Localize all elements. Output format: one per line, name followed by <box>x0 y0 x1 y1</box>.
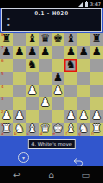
battery-icon <box>85 2 88 7</box>
square-e3[interactable] <box>52 97 65 110</box>
chess-board[interactable]: ♜8♝♛♚♝♜♟7♟♟♟♟♟♟6♞♞5♟4♟♟3♟♟2♟♟♟♟♜1a♞b♝c♛d… <box>0 33 103 136</box>
collapse-button[interactable]: ▾ <box>18 152 29 163</box>
square-c8[interactable]: ♝ <box>26 33 39 46</box>
file-label-a: a <box>1 132 3 136</box>
white-pawn-piece: ♟ <box>39 97 52 110</box>
rank-label-6: 6 <box>1 59 4 63</box>
square-b4[interactable] <box>13 85 26 98</box>
square-h1[interactable]: ♜h <box>90 123 103 136</box>
black-pawn-piece: ♟ <box>90 46 103 59</box>
square-b5[interactable] <box>13 72 26 85</box>
android-nav-bar: ↩ ⌂ ▭ <box>0 166 103 183</box>
black-bishop-piece: ♝ <box>64 33 77 46</box>
square-g7[interactable]: ♟ <box>77 46 90 59</box>
square-b1[interactable]: ♞b <box>13 123 26 136</box>
rank-label-5: 5 <box>1 72 4 76</box>
engine-output-panel[interactable]: 0.1 - H020 ▪ ▪ <box>1 8 102 32</box>
square-c7[interactable]: ♟ <box>26 46 39 59</box>
black-knight-piece: ♞ <box>26 59 39 72</box>
black-king-piece: ♚ <box>52 33 65 46</box>
square-a1[interactable]: ♜1a <box>0 123 13 136</box>
square-e5[interactable]: ♟ <box>52 72 65 85</box>
square-e7[interactable] <box>52 46 65 59</box>
rank-label-8: 8 <box>1 33 4 37</box>
black-rook-piece: ♜ <box>90 33 103 46</box>
black-pawn-piece: ♟ <box>52 72 65 85</box>
square-d8[interactable]: ♛ <box>39 33 52 46</box>
file-label-b: b <box>14 132 17 136</box>
rank-label-1: 1 <box>1 123 4 127</box>
square-d5[interactable] <box>39 72 52 85</box>
square-g6[interactable] <box>77 59 90 72</box>
file-label-h: h <box>91 132 94 136</box>
square-f4[interactable] <box>64 85 77 98</box>
white-pawn-piece: ♟ <box>77 110 90 123</box>
nav-recents-button[interactable]: ▭ <box>81 170 90 180</box>
square-a5[interactable]: 5 <box>0 72 13 85</box>
black-queen-piece: ♛ <box>39 33 52 46</box>
square-g5[interactable] <box>77 72 90 85</box>
square-g8[interactable] <box>77 33 90 46</box>
black-pawn-piece: ♟ <box>13 46 26 59</box>
square-d1[interactable]: ♛d <box>39 123 52 136</box>
square-b8[interactable] <box>13 33 26 46</box>
square-f6[interactable]: ♞ <box>64 59 77 72</box>
square-d6[interactable] <box>39 59 52 72</box>
move-status-text: 4. White's move <box>31 141 71 147</box>
black-bishop-piece: ♝ <box>26 33 39 46</box>
square-a7[interactable]: ♟7 <box>0 46 13 59</box>
rank-label-7: 7 <box>1 46 4 50</box>
rank-label-3: 3 <box>1 97 4 101</box>
rank-label-2: 2 <box>1 110 4 114</box>
undo-button[interactable] <box>73 153 84 164</box>
black-pawn-piece: ♟ <box>77 46 90 59</box>
square-d7[interactable]: ♟ <box>39 46 52 59</box>
move-status-box: 4. White's move <box>27 139 75 149</box>
nav-home-button[interactable]: ⌂ <box>48 170 54 180</box>
white-pawn-piece: ♟ <box>52 85 65 98</box>
square-c1[interactable]: ♝c <box>26 123 39 136</box>
square-h4[interactable] <box>90 85 103 98</box>
square-g1[interactable]: ♞g <box>77 123 90 136</box>
square-f5[interactable] <box>64 72 77 85</box>
white-pawn-piece: ♟ <box>90 110 103 123</box>
square-c4[interactable]: ♟ <box>26 85 39 98</box>
app-screen: 3:47 0.1 - H020 ▪ ▪ ♜8♝♛♚♝♜♟7♟♟♟♟♟♟6♞♞5♟… <box>0 0 103 183</box>
engine-output-lines: ▪ ▪ <box>7 16 10 27</box>
black-pawn-piece: ♟ <box>26 46 39 59</box>
file-label-f: f <box>65 132 66 136</box>
android-status-bar: 3:47 <box>0 0 103 8</box>
file-label-c: c <box>27 132 29 136</box>
square-h7[interactable]: ♟ <box>90 46 103 59</box>
square-d3[interactable]: ♟ <box>39 97 52 110</box>
square-g4[interactable] <box>77 85 90 98</box>
file-label-g: g <box>78 132 81 136</box>
home-icon: ⌂ <box>48 170 54 180</box>
square-h8[interactable]: ♜ <box>90 33 103 46</box>
square-f7[interactable]: ♟ <box>64 46 77 59</box>
square-h6[interactable] <box>90 59 103 72</box>
square-b6[interactable] <box>13 59 26 72</box>
square-e1[interactable]: ♚e <box>52 123 65 136</box>
engine-title: 0.1 - H020 <box>2 10 101 16</box>
square-c5[interactable] <box>26 72 39 85</box>
white-pawn-piece: ♟ <box>64 110 77 123</box>
engine-output-line: ▪ <box>7 16 10 21</box>
rank-label-4: 4 <box>1 85 4 89</box>
back-icon: ↩ <box>13 170 21 180</box>
square-h5[interactable] <box>90 72 103 85</box>
square-b7[interactable]: ♟ <box>13 46 26 59</box>
black-pawn-piece: ♟ <box>64 46 77 59</box>
status-clock: 3:47 <box>90 1 101 7</box>
square-c3[interactable] <box>26 97 39 110</box>
square-e4[interactable]: ♟ <box>52 85 65 98</box>
square-c6[interactable]: ♞ <box>26 59 39 72</box>
black-pawn-piece: ♟ <box>39 46 52 59</box>
square-a6[interactable]: 6 <box>0 59 13 72</box>
nav-back-button[interactable]: ↩ <box>13 170 21 180</box>
square-f8[interactable]: ♝ <box>64 33 77 46</box>
file-label-e: e <box>53 132 55 136</box>
black-knight-piece: ♞ <box>64 59 77 72</box>
square-e8[interactable]: ♚ <box>52 33 65 46</box>
white-pawn-piece: ♟ <box>26 85 39 98</box>
file-label-d: d <box>40 132 43 136</box>
signal-icon <box>78 2 83 7</box>
square-f1[interactable]: ♝f <box>64 123 77 136</box>
recents-icon: ▭ <box>81 170 90 180</box>
square-a8[interactable]: ♜8 <box>0 33 13 46</box>
square-e6[interactable] <box>52 59 65 72</box>
engine-output-line: ▪ <box>7 22 10 27</box>
white-pawn-piece: ♟ <box>13 110 26 123</box>
chevron-down-icon: ▾ <box>22 155 25 161</box>
